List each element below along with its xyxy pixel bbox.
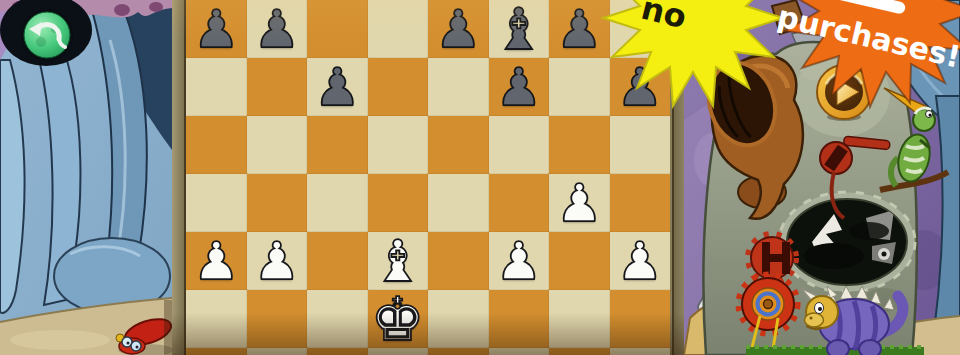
square-f6[interactable]: ♟	[489, 58, 550, 116]
square-b3[interactable]: ♟	[247, 232, 308, 290]
square-b2[interactable]	[247, 290, 308, 348]
square-c2[interactable]	[307, 290, 368, 348]
white-bishop: ♝	[372, 233, 423, 290]
board-frame-right	[672, 0, 684, 355]
square-c6[interactable]: ♟	[307, 58, 368, 116]
square-g6[interactable]	[549, 58, 610, 116]
square-c3[interactable]	[307, 232, 368, 290]
square-g7[interactable]: ♟	[549, 0, 610, 58]
square-e2[interactable]	[428, 290, 489, 348]
black-pawn: ♟	[253, 3, 300, 55]
white-pawn: ♟	[556, 177, 603, 229]
square-e4[interactable]	[428, 174, 489, 232]
square-f7[interactable]: ♝	[489, 0, 550, 58]
square-e5[interactable]	[428, 116, 489, 174]
square-c1[interactable]	[307, 348, 368, 355]
square-g2[interactable]	[549, 290, 610, 348]
white-pawn: ♟	[193, 235, 240, 287]
square-g4[interactable]: ♟	[549, 174, 610, 232]
game-screen: ♟♟♟♝♟♟♟♟♟♟♟♝♟♟♚	[0, 0, 960, 355]
square-f5[interactable]	[489, 116, 550, 174]
square-d2[interactable]: ♚	[368, 290, 429, 348]
square-h6[interactable]: ♟	[610, 58, 671, 116]
stone-tower-illustration	[684, 0, 960, 355]
board-frame-left	[172, 0, 186, 355]
square-d6[interactable]	[368, 58, 429, 116]
square-b7[interactable]: ♟	[247, 0, 308, 58]
square-d4[interactable]	[368, 174, 429, 232]
square-a3[interactable]: ♟	[186, 232, 247, 290]
square-b1[interactable]	[247, 348, 308, 355]
square-h5[interactable]	[610, 116, 671, 174]
black-pawn: ♟	[314, 61, 361, 113]
square-d3[interactable]: ♝	[368, 232, 429, 290]
square-f1[interactable]	[489, 348, 550, 355]
square-g1[interactable]	[549, 348, 610, 355]
white-pawn: ♟	[495, 235, 542, 287]
square-h4[interactable]	[610, 174, 671, 232]
white-pawn: ♟	[616, 235, 663, 287]
play-button[interactable]	[813, 61, 875, 123]
black-pawn: ♟	[495, 61, 542, 113]
square-a4[interactable]	[186, 174, 247, 232]
square-d1[interactable]	[368, 348, 429, 355]
back-button[interactable]	[14, 2, 80, 68]
square-b5[interactable]	[247, 116, 308, 174]
chess-board-area: ♟♟♟♝♟♟♟♟♟♟♟♝♟♟♚	[172, 0, 684, 355]
square-a2[interactable]	[186, 290, 247, 348]
white-pawn: ♟	[253, 235, 300, 287]
square-b6[interactable]	[247, 58, 308, 116]
square-a6[interactable]	[186, 58, 247, 116]
white-king: ♚	[371, 289, 425, 349]
black-bishop: ♝	[493, 1, 544, 58]
square-a1[interactable]	[186, 348, 247, 355]
square-c7[interactable]	[307, 0, 368, 58]
square-h1[interactable]	[610, 348, 671, 355]
right-stone-art	[684, 0, 960, 355]
chess-board: ♟♟♟♝♟♟♟♟♟♟♟♝♟♟♚	[186, 0, 670, 355]
square-f4[interactable]	[489, 174, 550, 232]
black-pawn: ♟	[616, 61, 663, 113]
black-pawn: ♟	[556, 3, 603, 55]
square-h7[interactable]	[610, 0, 671, 58]
square-a5[interactable]	[186, 116, 247, 174]
square-c4[interactable]	[307, 174, 368, 232]
black-pawn: ♟	[193, 3, 240, 55]
square-a7[interactable]: ♟	[186, 0, 247, 58]
square-d5[interactable]	[368, 116, 429, 174]
square-e3[interactable]	[428, 232, 489, 290]
square-e1[interactable]	[428, 348, 489, 355]
square-f2[interactable]	[489, 290, 550, 348]
square-e6[interactable]	[428, 58, 489, 116]
square-f3[interactable]: ♟	[489, 232, 550, 290]
square-e7[interactable]: ♟	[428, 0, 489, 58]
square-g5[interactable]	[549, 116, 610, 174]
square-b4[interactable]	[247, 174, 308, 232]
square-h3[interactable]: ♟	[610, 232, 671, 290]
square-c5[interactable]	[307, 116, 368, 174]
square-d7[interactable]	[368, 0, 429, 58]
cave-hole	[779, 192, 915, 292]
square-h2[interactable]	[610, 290, 671, 348]
black-pawn: ♟	[435, 3, 482, 55]
square-g3[interactable]	[549, 232, 610, 290]
